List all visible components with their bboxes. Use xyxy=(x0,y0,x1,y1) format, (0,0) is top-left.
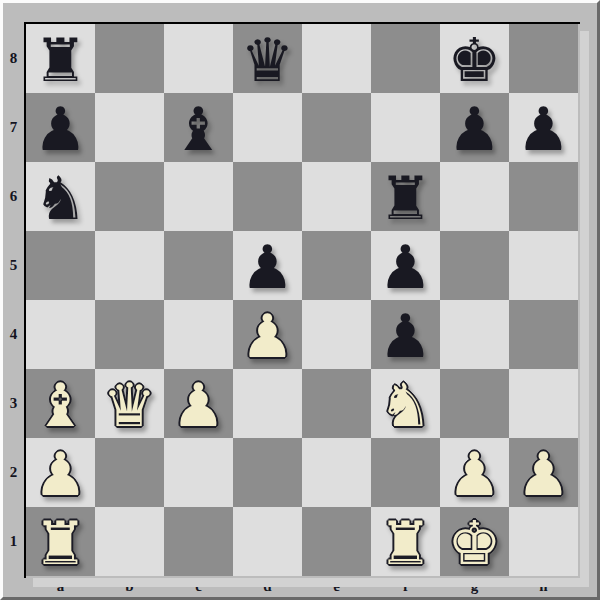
rank-label-2: 2 xyxy=(3,438,24,507)
file-label-a: a xyxy=(26,575,95,597)
square-h4[interactable] xyxy=(509,300,578,369)
white-pawn-g2: ♟ xyxy=(448,444,502,504)
square-f8[interactable] xyxy=(371,24,440,93)
square-c3[interactable]: ♟ xyxy=(164,369,233,438)
square-c1[interactable] xyxy=(164,507,233,576)
square-b5[interactable] xyxy=(95,231,164,300)
black-king-g8: ♚ xyxy=(448,30,502,90)
rank-label-6: 6 xyxy=(3,162,24,231)
black-knight-a6: ♞ xyxy=(34,168,88,228)
rank-label-5: 5 xyxy=(3,231,24,300)
square-a2[interactable]: ♟ xyxy=(26,438,95,507)
square-g5[interactable] xyxy=(440,231,509,300)
white-queen-b3: ♛ xyxy=(103,375,157,435)
black-pawn-f5: ♟ xyxy=(379,237,433,297)
square-a5[interactable] xyxy=(26,231,95,300)
white-king-g1: ♚ xyxy=(448,513,502,573)
square-d2[interactable] xyxy=(233,438,302,507)
square-a4[interactable] xyxy=(26,300,95,369)
file-label-g: g xyxy=(440,575,509,597)
rank-label-7: 7 xyxy=(3,93,24,162)
square-e5[interactable] xyxy=(302,231,371,300)
white-rook-f1: ♜ xyxy=(379,513,433,573)
white-pawn-c3: ♟ xyxy=(172,375,226,435)
square-e7[interactable] xyxy=(302,93,371,162)
square-d3[interactable] xyxy=(233,369,302,438)
square-b7[interactable] xyxy=(95,93,164,162)
black-queen-d8: ♛ xyxy=(241,30,295,90)
file-label-c: c xyxy=(164,575,233,597)
square-h3[interactable] xyxy=(509,369,578,438)
square-c8[interactable] xyxy=(164,24,233,93)
chess-diagram-frame: 87654321 abcdefgh ♜♛♚♟♝♟♟♞♜♟♟♟♟♝♛♟♞♟♟♟♜♜… xyxy=(0,0,600,600)
square-g1[interactable]: ♚ xyxy=(440,507,509,576)
square-e6[interactable] xyxy=(302,162,371,231)
square-e2[interactable] xyxy=(302,438,371,507)
file-label-f: f xyxy=(371,575,440,597)
black-pawn-f4: ♟ xyxy=(379,306,433,366)
square-c7[interactable]: ♝ xyxy=(164,93,233,162)
file-label-e: e xyxy=(302,575,371,597)
white-pawn-h2: ♟ xyxy=(517,444,571,504)
square-f6[interactable]: ♜ xyxy=(371,162,440,231)
square-f3[interactable]: ♞ xyxy=(371,369,440,438)
square-b8[interactable] xyxy=(95,24,164,93)
rank-label-4: 4 xyxy=(3,300,24,369)
square-g3[interactable] xyxy=(440,369,509,438)
square-b3[interactable]: ♛ xyxy=(95,369,164,438)
square-g7[interactable]: ♟ xyxy=(440,93,509,162)
black-pawn-d5: ♟ xyxy=(241,237,295,297)
white-pawn-d4: ♟ xyxy=(241,306,295,366)
square-f1[interactable]: ♜ xyxy=(371,507,440,576)
rank-label-3: 3 xyxy=(3,369,24,438)
white-knight-f3: ♞ xyxy=(379,375,433,435)
square-c4[interactable] xyxy=(164,300,233,369)
square-h7[interactable]: ♟ xyxy=(509,93,578,162)
square-d6[interactable] xyxy=(233,162,302,231)
square-g2[interactable]: ♟ xyxy=(440,438,509,507)
square-a8[interactable]: ♜ xyxy=(26,24,95,93)
square-d5[interactable]: ♟ xyxy=(233,231,302,300)
file-label-h: h xyxy=(509,575,578,597)
square-a1[interactable]: ♜ xyxy=(26,507,95,576)
square-d7[interactable] xyxy=(233,93,302,162)
black-pawn-g7: ♟ xyxy=(448,99,502,159)
square-b4[interactable] xyxy=(95,300,164,369)
square-c2[interactable] xyxy=(164,438,233,507)
rank-label-8: 8 xyxy=(3,24,24,93)
square-g6[interactable] xyxy=(440,162,509,231)
file-label-b: b xyxy=(95,575,164,597)
square-f5[interactable]: ♟ xyxy=(371,231,440,300)
square-b2[interactable] xyxy=(95,438,164,507)
square-a7[interactable]: ♟ xyxy=(26,93,95,162)
square-h8[interactable] xyxy=(509,24,578,93)
white-bishop-a3: ♝ xyxy=(34,375,88,435)
rank-label-1: 1 xyxy=(3,507,24,576)
square-e8[interactable] xyxy=(302,24,371,93)
black-rook-a8: ♜ xyxy=(34,30,88,90)
square-e3[interactable] xyxy=(302,369,371,438)
square-e4[interactable] xyxy=(302,300,371,369)
black-bishop-c7: ♝ xyxy=(172,99,226,159)
black-pawn-a7: ♟ xyxy=(34,99,88,159)
square-b6[interactable] xyxy=(95,162,164,231)
square-c6[interactable] xyxy=(164,162,233,231)
square-h2[interactable]: ♟ xyxy=(509,438,578,507)
white-pawn-a2: ♟ xyxy=(34,444,88,504)
square-e1[interactable] xyxy=(302,507,371,576)
board: ♜♛♚♟♝♟♟♞♜♟♟♟♟♝♛♟♞♟♟♟♜♜♚ xyxy=(24,22,580,578)
black-pawn-h7: ♟ xyxy=(517,99,571,159)
square-b1[interactable] xyxy=(95,507,164,576)
square-h1[interactable] xyxy=(509,507,578,576)
square-c5[interactable] xyxy=(164,231,233,300)
black-rook-f6: ♜ xyxy=(379,168,433,228)
square-h5[interactable] xyxy=(509,231,578,300)
square-d1[interactable] xyxy=(233,507,302,576)
square-f2[interactable] xyxy=(371,438,440,507)
square-d8[interactable]: ♛ xyxy=(233,24,302,93)
square-h6[interactable] xyxy=(509,162,578,231)
square-g4[interactable] xyxy=(440,300,509,369)
square-g8[interactable]: ♚ xyxy=(440,24,509,93)
square-a3[interactable]: ♝ xyxy=(26,369,95,438)
square-f7[interactable] xyxy=(371,93,440,162)
square-a6[interactable]: ♞ xyxy=(26,162,95,231)
white-rook-a1: ♜ xyxy=(34,513,88,573)
square-f4[interactable]: ♟ xyxy=(371,300,440,369)
file-label-d: d xyxy=(233,575,302,597)
square-d4[interactable]: ♟ xyxy=(233,300,302,369)
